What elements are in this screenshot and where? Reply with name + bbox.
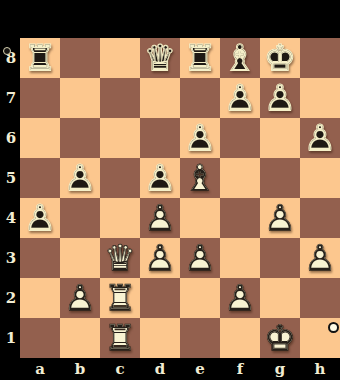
file-label-h: h [300, 358, 340, 380]
square-e2[interactable] [180, 278, 220, 318]
piece-black-pawn[interactable]: ♟♙ [60, 158, 100, 198]
square-d4[interactable]: ♟♙ [140, 198, 180, 238]
rank-label-3: 3 [0, 238, 20, 278]
square-h5[interactable] [300, 158, 340, 198]
square-b7[interactable] [60, 78, 100, 118]
square-g8[interactable]: ♚♔ [260, 38, 300, 78]
square-f3[interactable] [220, 238, 260, 278]
square-c4[interactable] [100, 198, 140, 238]
square-a5[interactable] [20, 158, 60, 198]
file-label-d: d [140, 358, 180, 380]
square-b4[interactable] [60, 198, 100, 238]
rank-label-8: 8 [0, 38, 20, 78]
piece-black-rook[interactable]: ♜♖ [180, 38, 220, 78]
black-king-detail-icon: ♔ [260, 38, 300, 78]
white-rook-detail-icon: ♖ [100, 318, 140, 358]
piece-white-pawn[interactable]: ♟♙ [220, 278, 260, 318]
white-queen-detail-icon: ♕ [100, 238, 140, 278]
piece-black-bishop[interactable]: ♝♗ [220, 38, 260, 78]
square-h8[interactable] [300, 38, 340, 78]
piece-black-pawn[interactable]: ♟♙ [300, 118, 340, 158]
square-g5[interactable] [260, 158, 300, 198]
piece-white-pawn[interactable]: ♟♙ [260, 198, 300, 238]
square-a7[interactable] [20, 78, 60, 118]
white-pawn-detail-icon: ♙ [140, 198, 180, 238]
square-c1[interactable]: ♜♖ [100, 318, 140, 358]
square-b3[interactable] [60, 238, 100, 278]
black-pawn-detail-icon: ♙ [300, 118, 340, 158]
square-d7[interactable] [140, 78, 180, 118]
square-f5[interactable] [220, 158, 260, 198]
square-c3[interactable]: ♛♕ [100, 238, 140, 278]
white-pawn-detail-icon: ♙ [140, 238, 180, 278]
rank-label-7: 7 [0, 78, 20, 118]
chess-board[interactable]: ♜♖♛♕♜♖♝♗♚♔♟♙♟♙♟♙♟♙♟♙♟♙♝♗♟♙♟♙♟♙♛♕♟♙♟♙♟♙♟♙… [20, 38, 340, 358]
square-f8[interactable]: ♝♗ [220, 38, 260, 78]
square-f7[interactable]: ♟♙ [220, 78, 260, 118]
white-bishop-detail-icon: ♗ [180, 158, 220, 198]
square-d6[interactable] [140, 118, 180, 158]
piece-white-king[interactable]: ♚♔ [260, 318, 300, 358]
chess-diagram: 87654321 ♜♖♛♕♜♖♝♗♚♔♟♙♟♙♟♙♟♙♟♙♟♙♝♗♟♙♟♙♟♙♛… [0, 0, 340, 380]
square-g3[interactable] [260, 238, 300, 278]
square-c5[interactable] [100, 158, 140, 198]
piece-white-rook[interactable]: ♜♖ [100, 318, 140, 358]
rank-label-5: 5 [0, 158, 20, 198]
square-c8[interactable] [100, 38, 140, 78]
piece-black-rook[interactable]: ♜♖ [20, 38, 60, 78]
black-pawn-detail-icon: ♙ [180, 118, 220, 158]
piece-black-pawn[interactable]: ♟♙ [220, 78, 260, 118]
square-a2[interactable] [20, 278, 60, 318]
piece-black-pawn[interactable]: ♟♙ [180, 118, 220, 158]
rank-label-1: 1 [0, 318, 20, 358]
square-f2[interactable]: ♟♙ [220, 278, 260, 318]
square-a6[interactable] [20, 118, 60, 158]
piece-black-king[interactable]: ♚♔ [260, 38, 300, 78]
square-b6[interactable] [60, 118, 100, 158]
square-a1[interactable] [20, 318, 60, 358]
piece-white-bishop[interactable]: ♝♗ [180, 158, 220, 198]
white-pawn-detail-icon: ♙ [220, 278, 260, 318]
black-bishop-detail-icon: ♗ [220, 38, 260, 78]
white-pawn-detail-icon: ♙ [60, 278, 100, 318]
square-c7[interactable] [100, 78, 140, 118]
black-pawn-detail-icon: ♙ [220, 78, 260, 118]
square-d1[interactable] [140, 318, 180, 358]
square-a3[interactable] [20, 238, 60, 278]
square-g1[interactable]: ♚♔ [260, 318, 300, 358]
square-f4[interactable] [220, 198, 260, 238]
square-e7[interactable] [180, 78, 220, 118]
square-e8[interactable]: ♜♖ [180, 38, 220, 78]
square-b8[interactable] [60, 38, 100, 78]
piece-white-queen[interactable]: ♛♕ [100, 238, 140, 278]
square-g4[interactable]: ♟♙ [260, 198, 300, 238]
piece-white-pawn[interactable]: ♟♙ [300, 238, 340, 278]
square-b5[interactable]: ♟♙ [60, 158, 100, 198]
square-e5[interactable]: ♝♗ [180, 158, 220, 198]
rank-label-2: 2 [0, 278, 20, 318]
square-h4[interactable] [300, 198, 340, 238]
square-g7[interactable]: ♟♙ [260, 78, 300, 118]
rank-label-4: 4 [0, 198, 20, 238]
file-label-a: a [20, 358, 60, 380]
square-e4[interactable] [180, 198, 220, 238]
square-d5[interactable]: ♟♙ [140, 158, 180, 198]
square-e3[interactable]: ♟♙ [180, 238, 220, 278]
white-pawn-detail-icon: ♙ [260, 198, 300, 238]
piece-black-pawn[interactable]: ♟♙ [140, 158, 180, 198]
square-c2[interactable]: ♜♖ [100, 278, 140, 318]
black-queen-detail-icon: ♕ [140, 38, 180, 78]
square-h3[interactable]: ♟♙ [300, 238, 340, 278]
file-label-b: b [60, 358, 100, 380]
piece-black-pawn[interactable]: ♟♙ [260, 78, 300, 118]
square-f6[interactable] [220, 118, 260, 158]
black-pawn-detail-icon: ♙ [140, 158, 180, 198]
square-d8[interactable]: ♛♕ [140, 38, 180, 78]
white-to-move-indicator-icon [328, 322, 339, 333]
file-label-c: c [100, 358, 140, 380]
white-pawn-detail-icon: ♙ [300, 238, 340, 278]
square-a8[interactable]: ♜♖ [20, 38, 60, 78]
file-label-e: e [180, 358, 220, 380]
white-rook-detail-icon: ♖ [100, 278, 140, 318]
square-e1[interactable] [180, 318, 220, 358]
square-e6[interactable]: ♟♙ [180, 118, 220, 158]
black-pawn-detail-icon: ♙ [20, 198, 60, 238]
square-d3[interactable]: ♟♙ [140, 238, 180, 278]
black-pawn-detail-icon: ♙ [60, 158, 100, 198]
white-pawn-detail-icon: ♙ [180, 238, 220, 278]
black-rook-detail-icon: ♖ [20, 38, 60, 78]
piece-white-rook[interactable]: ♜♖ [100, 278, 140, 318]
rank-labels: 87654321 [0, 38, 20, 358]
piece-white-pawn[interactable]: ♟♙ [140, 198, 180, 238]
square-h6[interactable]: ♟♙ [300, 118, 340, 158]
square-a4[interactable]: ♟♙ [20, 198, 60, 238]
square-c6[interactable] [100, 118, 140, 158]
piece-white-pawn[interactable]: ♟♙ [140, 238, 180, 278]
piece-black-pawn[interactable]: ♟♙ [20, 198, 60, 238]
square-b1[interactable] [60, 318, 100, 358]
black-rook-detail-icon: ♖ [180, 38, 220, 78]
file-labels: abcdefgh [20, 358, 340, 380]
square-d2[interactable] [140, 278, 180, 318]
square-h7[interactable] [300, 78, 340, 118]
file-label-f: f [220, 358, 260, 380]
square-g6[interactable] [260, 118, 300, 158]
square-h2[interactable] [300, 278, 340, 318]
square-f1[interactable] [220, 318, 260, 358]
piece-black-queen[interactable]: ♛♕ [140, 38, 180, 78]
black-pawn-detail-icon: ♙ [260, 78, 300, 118]
file-label-g: g [260, 358, 300, 380]
square-g2[interactable] [260, 278, 300, 318]
white-king-detail-icon: ♔ [260, 318, 300, 358]
square-b2[interactable]: ♟♙ [60, 278, 100, 318]
piece-white-pawn[interactable]: ♟♙ [180, 238, 220, 278]
black-side-dot-icon [3, 47, 11, 55]
piece-white-pawn[interactable]: ♟♙ [60, 278, 100, 318]
rank-label-6: 6 [0, 118, 20, 158]
